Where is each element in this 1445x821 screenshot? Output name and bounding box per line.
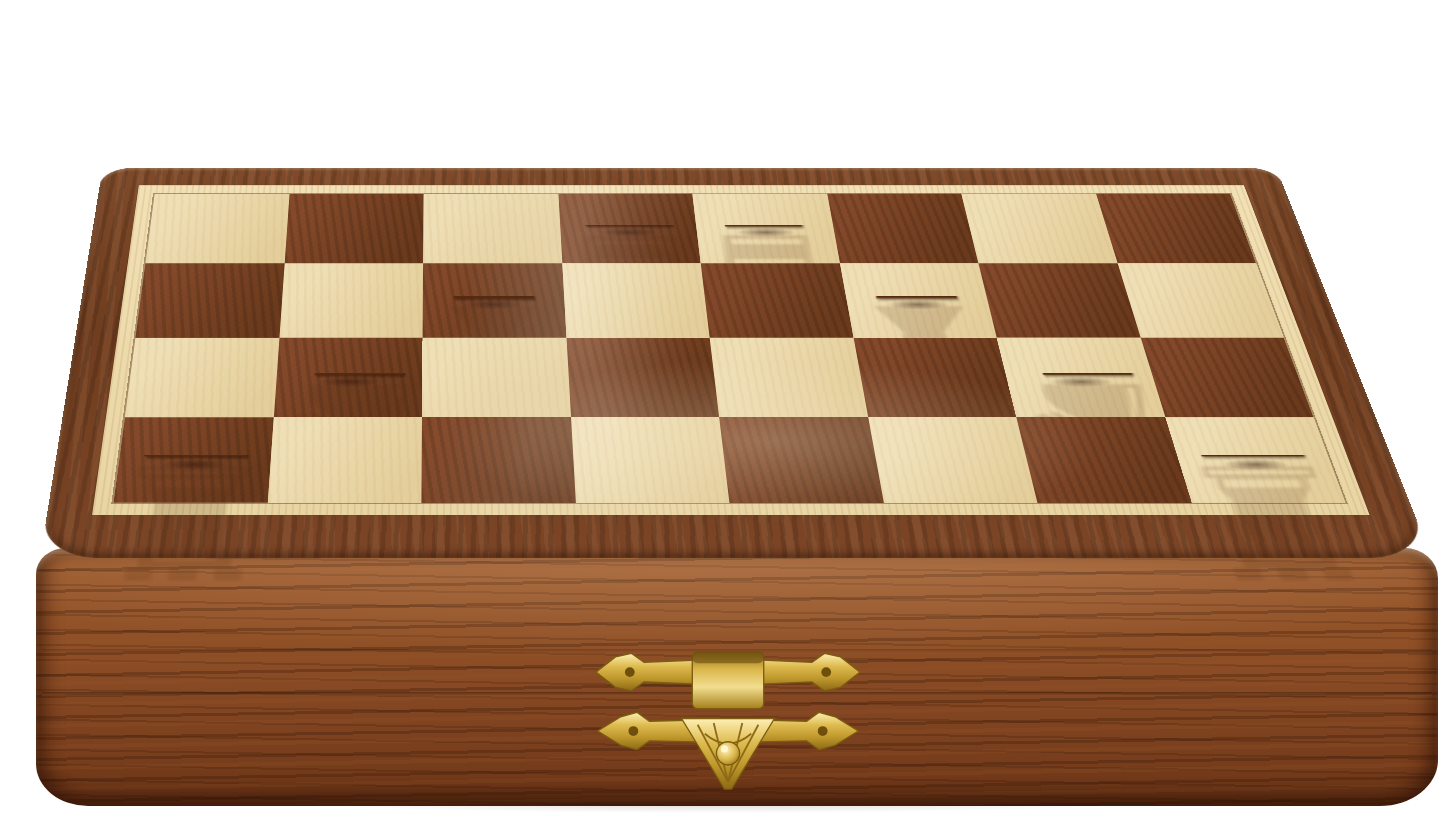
clasp-dome-pin [716,742,739,765]
clasp-screw [818,726,828,736]
clasp-tab-fold [692,652,763,664]
clasp-dome-highlight [721,745,728,752]
clasp-screw [821,667,831,677]
clasp-screw [625,667,635,677]
chess-board: ♚♚♛♛♝♝♝♝♞♞♞♞♜♜♜♜ [113,194,1345,503]
clasp-screw [628,726,638,736]
chess-box-photo: ♚♚♛♛♝♝♝♝♞♞♞♞♜♜♜♜ [0,0,1445,821]
brass-clasp-icon [594,648,862,798]
board-top: ♚♚♛♛♝♝♝♝♞♞♞♞♜♜♜♜ [40,168,1432,558]
